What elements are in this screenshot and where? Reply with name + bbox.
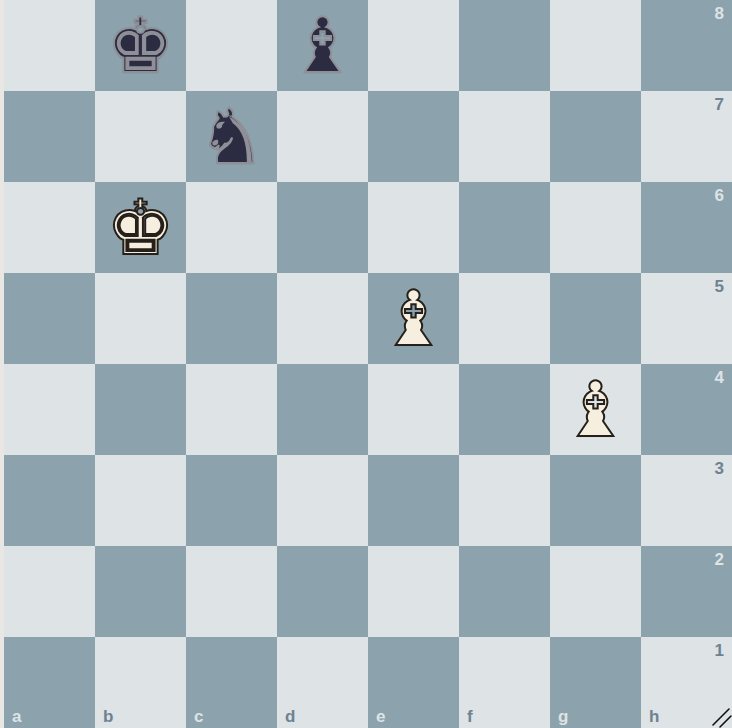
square-e6[interactable] [368,182,459,273]
square-b7[interactable] [95,91,186,182]
square-b2[interactable] [95,546,186,637]
square-h5[interactable]: 5 [641,273,732,364]
square-d4[interactable] [277,364,368,455]
square-d2[interactable] [277,546,368,637]
square-a3[interactable] [4,455,95,546]
square-a1[interactable]: a [4,637,95,728]
file-label-a: a [12,708,21,725]
square-a8[interactable] [4,0,95,91]
square-c6[interactable] [186,182,277,273]
square-f6[interactable] [459,182,550,273]
rank-label-6: 6 [715,187,724,204]
white-bishop[interactable]: ♝ [368,273,459,364]
rank-label-1: 1 [715,642,724,659]
rank-label-4: 4 [715,369,724,386]
square-c3[interactable] [186,455,277,546]
square-f5[interactable] [459,273,550,364]
white-bishop[interactable]: ♝ [550,364,641,455]
black-knight[interactable]: ♞ [186,91,277,182]
square-f8[interactable] [459,0,550,91]
square-e3[interactable] [368,455,459,546]
square-e5[interactable]: ♝ [368,273,459,364]
square-h2[interactable]: 2 [641,546,732,637]
square-c2[interactable] [186,546,277,637]
square-a7[interactable] [4,91,95,182]
resize-grip-icon [710,706,732,728]
square-g1[interactable]: g [550,637,641,728]
chess-board: ♚♝8♞7♚6♝5♝432abcdefg1h [4,0,732,728]
rank-label-7: 7 [715,96,724,113]
square-d7[interactable] [277,91,368,182]
square-g7[interactable] [550,91,641,182]
square-g3[interactable] [550,455,641,546]
square-f2[interactable] [459,546,550,637]
rank-label-2: 2 [715,551,724,568]
square-g8[interactable] [550,0,641,91]
square-g5[interactable] [550,273,641,364]
square-d5[interactable] [277,273,368,364]
black-king[interactable]: ♚ [95,0,186,91]
rank-label-8: 8 [715,5,724,22]
square-e2[interactable] [368,546,459,637]
file-label-d: d [285,708,295,725]
square-h4[interactable]: 4 [641,364,732,455]
square-d1[interactable]: d [277,637,368,728]
square-c4[interactable] [186,364,277,455]
rank-label-3: 3 [715,460,724,477]
rank-label-5: 5 [715,278,724,295]
black-bishop[interactable]: ♝ [277,0,368,91]
file-label-b: b [103,708,113,725]
file-label-f: f [467,708,473,725]
square-e8[interactable] [368,0,459,91]
square-f7[interactable] [459,91,550,182]
square-b4[interactable] [95,364,186,455]
square-a2[interactable] [4,546,95,637]
square-b6[interactable]: ♚ [95,182,186,273]
square-f1[interactable]: f [459,637,550,728]
square-c8[interactable] [186,0,277,91]
square-f4[interactable] [459,364,550,455]
square-e1[interactable]: e [368,637,459,728]
board-resize-handle[interactable] [710,706,732,728]
square-g4[interactable]: ♝ [550,364,641,455]
square-f3[interactable] [459,455,550,546]
square-a4[interactable] [4,364,95,455]
white-king[interactable]: ♚ [95,182,186,273]
square-b5[interactable] [95,273,186,364]
file-label-c: c [194,708,203,725]
square-g2[interactable] [550,546,641,637]
file-label-g: g [558,708,568,725]
square-c7[interactable]: ♞ [186,91,277,182]
square-d8[interactable]: ♝ [277,0,368,91]
square-a6[interactable] [4,182,95,273]
square-c5[interactable] [186,273,277,364]
square-b8[interactable]: ♚ [95,0,186,91]
file-label-h: h [649,708,659,725]
square-d6[interactable] [277,182,368,273]
square-b1[interactable]: b [95,637,186,728]
square-g6[interactable] [550,182,641,273]
square-h7[interactable]: 7 [641,91,732,182]
file-label-e: e [376,708,385,725]
square-c1[interactable]: c [186,637,277,728]
square-h8[interactable]: 8 [641,0,732,91]
square-e4[interactable] [368,364,459,455]
square-e7[interactable] [368,91,459,182]
square-d3[interactable] [277,455,368,546]
square-a5[interactable] [4,273,95,364]
square-h6[interactable]: 6 [641,182,732,273]
square-b3[interactable] [95,455,186,546]
square-h3[interactable]: 3 [641,455,732,546]
